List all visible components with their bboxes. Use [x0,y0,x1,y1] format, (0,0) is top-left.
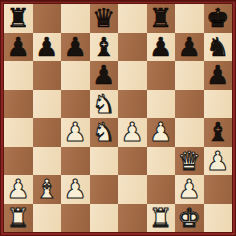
square-b4[interactable] [33,118,62,147]
square-f8[interactable]: ♜ [147,4,176,33]
square-f6[interactable] [147,61,176,90]
square-f1[interactable]: ♜ [147,204,176,233]
square-d2[interactable] [90,175,119,204]
white-pawn[interactable]: ♟ [7,175,30,203]
square-d3[interactable] [90,147,119,176]
square-h7[interactable]: ♞ [204,33,233,62]
square-c4[interactable]: ♟ [61,118,90,147]
square-f4[interactable]: ♟ [147,118,176,147]
square-a8[interactable]: ♜ [4,4,33,33]
white-pawn[interactable]: ♟ [64,118,87,146]
black-pawn[interactable]: ♟ [92,61,115,89]
black-pawn[interactable]: ♟ [206,61,229,89]
square-d4[interactable]: ♞ [90,118,119,147]
square-e6[interactable] [118,61,147,90]
square-g1[interactable]: ♚ [175,204,204,233]
square-c2[interactable]: ♟ [61,175,90,204]
white-pawn[interactable]: ♟ [206,147,229,175]
square-g6[interactable] [175,61,204,90]
black-knight[interactable]: ♞ [206,33,229,61]
square-d8[interactable]: ♛ [90,4,119,33]
square-d6[interactable]: ♟ [90,61,119,90]
square-e2[interactable] [118,175,147,204]
square-g4[interactable] [175,118,204,147]
square-c7[interactable]: ♟ [61,33,90,62]
black-rook[interactable]: ♜ [7,4,30,32]
square-e8[interactable] [118,4,147,33]
square-e3[interactable] [118,147,147,176]
white-rook[interactable]: ♜ [7,204,30,232]
square-d1[interactable] [90,204,119,233]
square-b5[interactable] [33,90,62,119]
white-pawn[interactable]: ♟ [64,175,87,203]
white-queen[interactable]: ♛ [178,147,201,175]
square-f5[interactable] [147,90,176,119]
square-c8[interactable] [61,4,90,33]
white-pawn[interactable]: ♟ [149,118,172,146]
black-rook[interactable]: ♜ [149,4,172,32]
black-king[interactable]: ♚ [206,4,229,32]
square-h6[interactable]: ♟ [204,61,233,90]
square-a3[interactable] [4,147,33,176]
square-d7[interactable]: ♝ [90,33,119,62]
square-b2[interactable]: ♝ [33,175,62,204]
black-pawn[interactable]: ♟ [149,33,172,61]
square-e4[interactable]: ♟ [118,118,147,147]
square-g7[interactable]: ♟ [175,33,204,62]
square-h2[interactable] [204,175,233,204]
square-f2[interactable] [147,175,176,204]
square-f7[interactable]: ♟ [147,33,176,62]
square-e7[interactable] [118,33,147,62]
square-b8[interactable] [33,4,62,33]
square-c5[interactable] [61,90,90,119]
square-e1[interactable] [118,204,147,233]
square-h8[interactable]: ♚ [204,4,233,33]
square-a2[interactable]: ♟ [4,175,33,204]
square-c1[interactable] [61,204,90,233]
square-a7[interactable]: ♟ [4,33,33,62]
square-d5[interactable]: ♞ [90,90,119,119]
square-b6[interactable] [33,61,62,90]
square-b7[interactable]: ♟ [33,33,62,62]
white-rook[interactable]: ♜ [149,204,172,232]
square-b1[interactable] [33,204,62,233]
square-h5[interactable] [204,90,233,119]
square-g3[interactable]: ♛ [175,147,204,176]
square-g5[interactable] [175,90,204,119]
square-h4[interactable]: ♝ [204,118,233,147]
square-g2[interactable]: ♟ [175,175,204,204]
white-king[interactable]: ♚ [178,204,201,232]
chess-board: ♜♛♜♚♟♟♟♝♟♟♞♟♟♞♟♞♟♟♝♛♟♟♝♟♟♜♜♚ [0,0,236,236]
square-a1[interactable]: ♜ [4,204,33,233]
square-f3[interactable] [147,147,176,176]
square-c6[interactable] [61,61,90,90]
black-queen[interactable]: ♛ [92,4,115,32]
white-knight[interactable]: ♞ [92,118,115,146]
white-knight[interactable]: ♞ [92,90,115,118]
black-pawn[interactable]: ♟ [7,33,30,61]
square-h3[interactable]: ♟ [204,147,233,176]
black-pawn[interactable]: ♟ [35,33,58,61]
black-pawn[interactable]: ♟ [178,33,201,61]
square-b3[interactable] [33,147,62,176]
black-bishop[interactable]: ♝ [206,118,229,146]
chess-board-grid: ♜♛♜♚♟♟♟♝♟♟♞♟♟♞♟♞♟♟♝♛♟♟♝♟♟♜♜♚ [4,4,232,232]
white-pawn[interactable]: ♟ [121,118,144,146]
square-g8[interactable] [175,4,204,33]
square-c3[interactable] [61,147,90,176]
square-a4[interactable] [4,118,33,147]
square-a5[interactable] [4,90,33,119]
white-pawn[interactable]: ♟ [178,175,201,203]
black-pawn[interactable]: ♟ [64,33,87,61]
square-e5[interactable] [118,90,147,119]
white-bishop[interactable]: ♝ [35,175,58,203]
black-bishop[interactable]: ♝ [92,33,115,61]
square-h1[interactable] [204,204,233,233]
square-a6[interactable] [4,61,33,90]
